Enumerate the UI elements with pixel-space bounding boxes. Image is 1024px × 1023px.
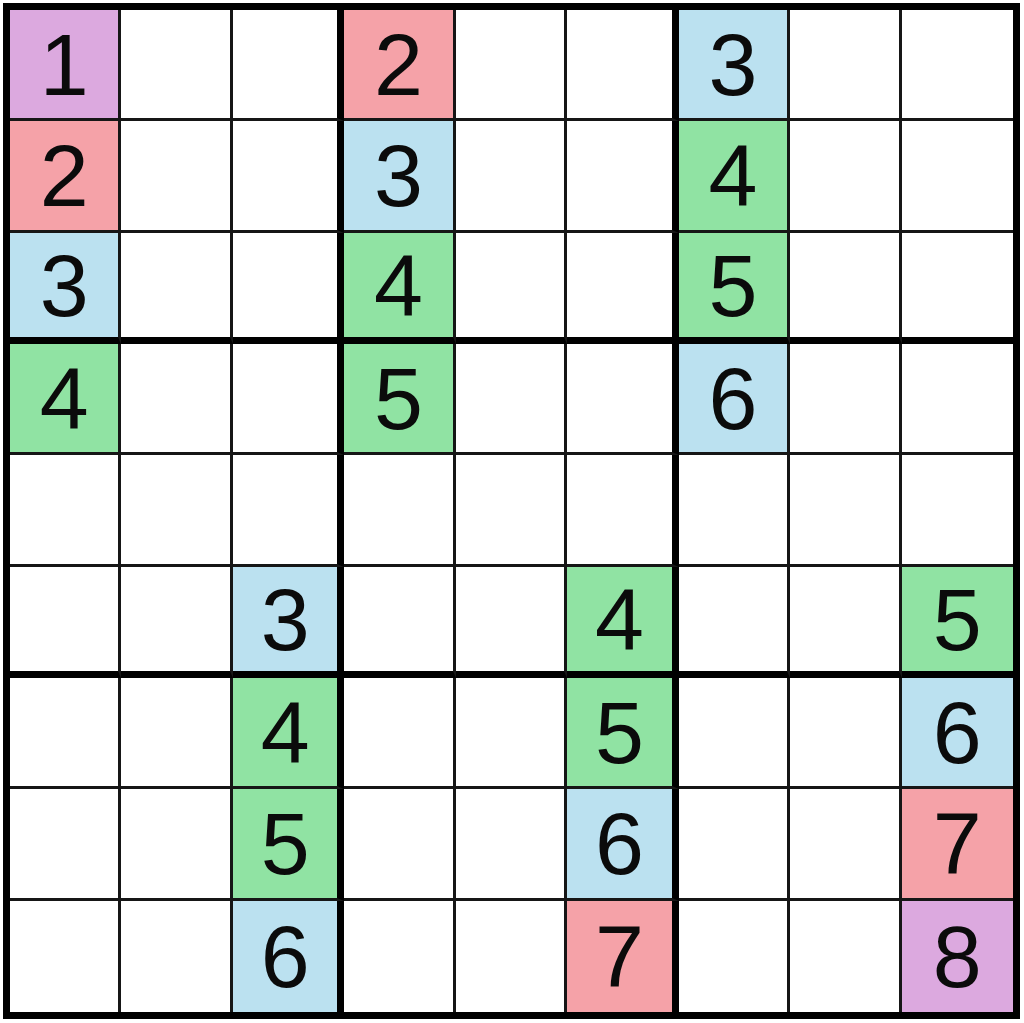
cell-r7c6[interactable]: 5 — [567, 678, 678, 789]
cell-r9c6[interactable]: 7 — [567, 901, 678, 1012]
cell-r4c1[interactable]: 4 — [10, 344, 121, 455]
given-digit: 5 — [708, 242, 757, 330]
cell-r5c3[interactable] — [233, 455, 344, 566]
cell-r6c8[interactable] — [790, 567, 901, 678]
given-digit: 2 — [374, 21, 423, 109]
cell-r9c3[interactable]: 6 — [233, 901, 344, 1012]
cell-r1c5[interactable] — [456, 10, 567, 121]
given-digit: 4 — [261, 689, 310, 777]
cell-r8c9[interactable]: 7 — [902, 789, 1013, 900]
cell-r8c4[interactable] — [344, 789, 455, 900]
cell-r2c2[interactable] — [121, 121, 232, 232]
cell-r1c2[interactable] — [121, 10, 232, 121]
given-digit: 6 — [933, 689, 982, 777]
cell-r5c8[interactable] — [790, 455, 901, 566]
given-digit: 6 — [595, 800, 644, 888]
cell-r4c4[interactable]: 5 — [344, 344, 455, 455]
sudoku-board: 123234345456345456567678 — [3, 3, 1020, 1019]
cell-r8c6[interactable]: 6 — [567, 789, 678, 900]
cell-r2c1[interactable]: 2 — [10, 121, 121, 232]
cell-r9c5[interactable] — [456, 901, 567, 1012]
given-digit: 5 — [374, 355, 423, 443]
cell-r7c7[interactable] — [679, 678, 790, 789]
cell-r4c2[interactable] — [121, 344, 232, 455]
cell-r8c5[interactable] — [456, 789, 567, 900]
cell-r6c5[interactable] — [456, 567, 567, 678]
cell-r6c1[interactable] — [10, 567, 121, 678]
cell-r7c1[interactable] — [10, 678, 121, 789]
cell-r1c7[interactable]: 3 — [679, 10, 790, 121]
cell-r6c3[interactable]: 3 — [233, 567, 344, 678]
given-digit: 5 — [933, 576, 982, 664]
cell-r1c3[interactable] — [233, 10, 344, 121]
cell-r4c8[interactable] — [790, 344, 901, 455]
cell-r1c4[interactable]: 2 — [344, 10, 455, 121]
cell-r3c4[interactable]: 4 — [344, 233, 455, 344]
given-digit: 4 — [40, 355, 89, 443]
cell-r6c6[interactable]: 4 — [567, 567, 678, 678]
cell-r1c9[interactable] — [902, 10, 1013, 121]
cell-r8c8[interactable] — [790, 789, 901, 900]
cell-r2c6[interactable] — [567, 121, 678, 232]
given-digit: 6 — [708, 355, 757, 443]
cell-r8c2[interactable] — [121, 789, 232, 900]
given-digit: 5 — [261, 800, 310, 888]
cell-r8c1[interactable] — [10, 789, 121, 900]
cell-r2c7[interactable]: 4 — [679, 121, 790, 232]
cell-r2c3[interactable] — [233, 121, 344, 232]
cell-r3c1[interactable]: 3 — [10, 233, 121, 344]
cell-r9c2[interactable] — [121, 901, 232, 1012]
cell-r9c9[interactable]: 8 — [902, 901, 1013, 1012]
cell-r9c4[interactable] — [344, 901, 455, 1012]
given-digit: 5 — [595, 689, 644, 777]
cell-r3c2[interactable] — [121, 233, 232, 344]
cell-r3c9[interactable] — [902, 233, 1013, 344]
cell-r3c8[interactable] — [790, 233, 901, 344]
given-digit: 3 — [40, 242, 89, 330]
cell-r9c7[interactable] — [679, 901, 790, 1012]
cell-r3c5[interactable] — [456, 233, 567, 344]
cell-r5c5[interactable] — [456, 455, 567, 566]
cell-r3c6[interactable] — [567, 233, 678, 344]
cell-r5c7[interactable] — [679, 455, 790, 566]
given-digit: 8 — [933, 913, 982, 1001]
cell-r7c4[interactable] — [344, 678, 455, 789]
given-digit: 7 — [933, 800, 982, 888]
cell-r7c8[interactable] — [790, 678, 901, 789]
cell-r1c8[interactable] — [790, 10, 901, 121]
cell-r7c3[interactable]: 4 — [233, 678, 344, 789]
cell-r4c5[interactable] — [456, 344, 567, 455]
cell-r7c2[interactable] — [121, 678, 232, 789]
cell-r9c1[interactable] — [10, 901, 121, 1012]
cell-r5c4[interactable] — [344, 455, 455, 566]
cell-r3c3[interactable] — [233, 233, 344, 344]
cell-r7c5[interactable] — [456, 678, 567, 789]
cell-r1c6[interactable] — [567, 10, 678, 121]
cell-r6c4[interactable] — [344, 567, 455, 678]
given-digit: 3 — [374, 132, 423, 220]
given-digit: 4 — [708, 132, 757, 220]
cell-r2c5[interactable] — [456, 121, 567, 232]
cell-r8c3[interactable]: 5 — [233, 789, 344, 900]
given-digit: 1 — [40, 21, 89, 109]
given-digit: 4 — [374, 242, 423, 330]
cell-r2c8[interactable] — [790, 121, 901, 232]
cell-r8c7[interactable] — [679, 789, 790, 900]
given-digit: 4 — [595, 576, 644, 664]
cell-r6c9[interactable]: 5 — [902, 567, 1013, 678]
cell-r3c7[interactable]: 5 — [679, 233, 790, 344]
cell-r9c8[interactable] — [790, 901, 901, 1012]
given-digit: 2 — [40, 132, 89, 220]
cell-r5c2[interactable] — [121, 455, 232, 566]
cell-r7c9[interactable]: 6 — [902, 678, 1013, 789]
cell-r6c7[interactable] — [679, 567, 790, 678]
cell-r6c2[interactable] — [121, 567, 232, 678]
cell-r5c1[interactable] — [10, 455, 121, 566]
cell-r5c9[interactable] — [902, 455, 1013, 566]
given-digit: 3 — [261, 576, 310, 664]
given-digit: 3 — [708, 21, 757, 109]
given-digit: 6 — [261, 913, 310, 1001]
cell-r4c9[interactable] — [902, 344, 1013, 455]
cell-r2c9[interactable] — [902, 121, 1013, 232]
cell-r4c3[interactable] — [233, 344, 344, 455]
cell-r1c1[interactable]: 1 — [10, 10, 121, 121]
cell-r4c7[interactable]: 6 — [679, 344, 790, 455]
given-digit: 7 — [595, 913, 644, 1001]
cell-r2c4[interactable]: 3 — [344, 121, 455, 232]
cell-r4c6[interactable] — [567, 344, 678, 455]
cell-r5c6[interactable] — [567, 455, 678, 566]
